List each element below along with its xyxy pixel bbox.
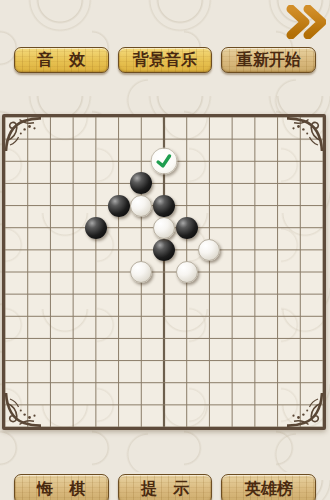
black-stone (153, 239, 175, 261)
white-stone (176, 261, 198, 283)
hint-button[interactable]: 提 示 (118, 474, 213, 500)
sound-effects-button[interactable]: 音 效 (14, 47, 109, 73)
black-stone (130, 172, 152, 194)
check-icon (154, 151, 175, 172)
bottom-toolbar: 悔 棋 提 示 英雄榜 (14, 474, 316, 500)
restart-button[interactable]: 重新开始 (221, 47, 316, 73)
double-chevron-right-icon (286, 5, 326, 39)
black-stone (85, 217, 107, 239)
white-stone (198, 239, 220, 261)
white-stone (153, 217, 175, 239)
expand-panel-button[interactable] (286, 5, 326, 39)
black-stone (108, 195, 130, 217)
black-stone (153, 195, 175, 217)
background-music-button[interactable]: 背景音乐 (118, 47, 213, 73)
move-confirm-marker[interactable] (151, 148, 178, 175)
white-stone (130, 195, 152, 217)
leaderboard-button[interactable]: 英雄榜 (221, 474, 316, 500)
top-toolbar: 音 效 背景音乐 重新开始 (14, 47, 316, 73)
undo-move-button[interactable]: 悔 棋 (14, 474, 109, 500)
black-stone (176, 217, 198, 239)
gomoku-board[interactable] (2, 114, 326, 430)
gomoku-game-screen: 音 效 背景音乐 重新开始 悔 棋 提 示 英雄榜 (0, 0, 330, 500)
white-stone (130, 261, 152, 283)
